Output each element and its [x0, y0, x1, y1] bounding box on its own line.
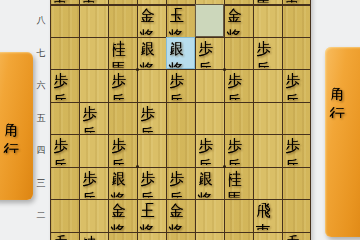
- rank-label: 六: [34, 69, 48, 102]
- square-6-3[interactable]: 銀将: [195, 167, 224, 200]
- square-8-8[interactable]: [253, 4, 282, 37]
- piece-pawn[interactable]: 歩兵: [81, 169, 106, 198]
- square-7-4[interactable]: 歩兵: [224, 134, 253, 167]
- square-6-6[interactable]: [195, 69, 224, 102]
- square-8-1[interactable]: [253, 232, 282, 240]
- board-squares: 香車飛車桂馬香車金将玉将金将桂馬銀将銀将歩兵歩兵歩兵歩兵歩兵歩兵歩兵歩兵歩兵歩兵…: [50, 0, 311, 240]
- piece-king[interactable]: 玉将: [168, 6, 193, 35]
- piece-lance[interactable]: 香車: [52, 0, 77, 3]
- square-9-6[interactable]: 歩兵: [282, 69, 311, 102]
- square-5-8[interactable]: 玉将: [166, 4, 195, 37]
- square-6-8[interactable]: [195, 4, 224, 37]
- piece-pawn[interactable]: 歩兵: [110, 71, 135, 100]
- piece-lance[interactable]: 香車: [284, 234, 309, 240]
- square-5-3[interactable]: 歩兵: [166, 167, 195, 200]
- square-9-7[interactable]: [282, 37, 311, 70]
- square-1-8[interactable]: [50, 4, 79, 37]
- piece-kanji: 角行: [3, 120, 28, 162]
- piece-silver-general[interactable]: 銀将: [110, 169, 135, 198]
- square-2-2[interactable]: [79, 199, 108, 232]
- square-3-1[interactable]: [108, 232, 137, 240]
- square-9-5[interactable]: [282, 102, 311, 135]
- square-4-6[interactable]: [137, 69, 166, 102]
- piece-kanji: 桂馬: [81, 234, 106, 240]
- square-2-3[interactable]: 歩兵: [79, 167, 108, 200]
- square-6-1[interactable]: [195, 232, 224, 240]
- square-9-8[interactable]: [282, 4, 311, 37]
- piece-knight[interactable]: 桂馬: [255, 0, 280, 3]
- piece-rook[interactable]: 飛車: [81, 0, 106, 3]
- piece-pawn[interactable]: 歩兵: [197, 136, 222, 165]
- piece-pawn[interactable]: 歩兵: [168, 71, 193, 100]
- square-7-7[interactable]: [224, 37, 253, 70]
- square-9-1[interactable]: 香車: [282, 232, 311, 240]
- shogi-app-screen: 角行 角行 香車飛車桂馬香車金将玉将金将桂馬銀将銀将歩兵歩兵歩兵歩兵歩兵歩兵歩兵…: [0, 0, 360, 240]
- square-1-1[interactable]: 香車: [50, 232, 79, 240]
- piece-knight[interactable]: 桂馬: [110, 39, 135, 68]
- piece-lance[interactable]: 香車: [284, 0, 309, 3]
- square-8-7[interactable]: 歩兵: [253, 37, 282, 70]
- rank-label: 七: [34, 37, 48, 70]
- piece-pawn[interactable]: 歩兵: [139, 169, 164, 198]
- piece-pawn[interactable]: 歩兵: [52, 71, 77, 100]
- rank-labels: 九八七六五四三二一: [34, 0, 48, 240]
- piece-silver-general[interactable]: 銀将: [168, 39, 193, 68]
- square-2-1[interactable]: 桂馬: [79, 232, 108, 240]
- piece-pawn[interactable]: 歩兵: [168, 169, 193, 198]
- square-9-2[interactable]: [282, 199, 311, 232]
- square-1-3[interactable]: [50, 167, 79, 200]
- square-4-5[interactable]: 歩兵: [137, 102, 166, 135]
- square-2-8[interactable]: [79, 4, 108, 37]
- rank-label: 四: [34, 134, 48, 167]
- square-5-5[interactable]: [166, 102, 195, 135]
- shogi-board: 香車飛車桂馬香車金将玉将金将桂馬銀将銀将歩兵歩兵歩兵歩兵歩兵歩兵歩兵歩兵歩兵歩兵…: [50, 0, 311, 240]
- square-2-4[interactable]: [79, 134, 108, 167]
- square-7-3[interactable]: 桂馬: [224, 167, 253, 200]
- square-7-5[interactable]: [224, 102, 253, 135]
- captured-bishop[interactable]: 角行: [3, 120, 28, 153]
- piece-knight[interactable]: 桂馬: [226, 169, 251, 198]
- right-piece-stand[interactable]: 角行: [325, 47, 360, 237]
- square-5-7[interactable]: 銀将: [166, 37, 195, 70]
- piece-rook[interactable]: 飛車: [255, 201, 280, 230]
- square-7-1[interactable]: [224, 232, 253, 240]
- piece-pawn[interactable]: 歩兵: [81, 104, 106, 133]
- square-7-2[interactable]: [224, 199, 253, 232]
- captured-bishop[interactable]: 角行: [329, 84, 354, 118]
- square-1-6[interactable]: 歩兵: [50, 69, 79, 102]
- rank-label: 八: [34, 4, 48, 37]
- rank-label: 五: [34, 102, 48, 135]
- piece-gold-general[interactable]: 金将: [139, 6, 164, 35]
- piece-pawn[interactable]: 歩兵: [139, 104, 164, 133]
- square-3-4[interactable]: 歩兵: [108, 134, 137, 167]
- piece-kanji: 香車: [52, 234, 77, 240]
- piece-pawn[interactable]: 歩兵: [197, 39, 222, 68]
- square-8-4[interactable]: [253, 134, 282, 167]
- piece-pawn[interactable]: 歩兵: [284, 71, 309, 100]
- square-8-5[interactable]: [253, 102, 282, 135]
- square-1-2[interactable]: [50, 199, 79, 232]
- square-7-6[interactable]: 歩兵: [224, 69, 253, 102]
- rank-label: 三: [34, 167, 48, 200]
- piece-kanji: 香車: [284, 234, 309, 240]
- square-3-2[interactable]: 金将: [108, 199, 137, 232]
- square-2-7[interactable]: [79, 37, 108, 70]
- square-5-6[interactable]: 歩兵: [166, 69, 195, 102]
- square-7-8[interactable]: 金将: [224, 4, 253, 37]
- piece-knight[interactable]: 桂馬: [81, 234, 106, 240]
- square-9-4[interactable]: 歩兵: [282, 134, 311, 167]
- piece-pawn[interactable]: 歩兵: [52, 136, 77, 165]
- square-6-5[interactable]: [195, 102, 224, 135]
- square-4-3[interactable]: 歩兵: [137, 167, 166, 200]
- square-2-6[interactable]: [79, 69, 108, 102]
- square-9-3[interactable]: [282, 167, 311, 200]
- square-6-7[interactable]: 歩兵: [195, 37, 224, 70]
- piece-pawn[interactable]: 歩兵: [226, 71, 251, 100]
- square-2-5[interactable]: 歩兵: [79, 102, 108, 135]
- square-5-2[interactable]: 金将: [166, 199, 195, 232]
- piece-king[interactable]: 王将: [139, 201, 164, 230]
- square-4-1[interactable]: [137, 232, 166, 240]
- square-4-4[interactable]: [137, 134, 166, 167]
- square-3-8[interactable]: [108, 4, 137, 37]
- square-5-4[interactable]: [166, 134, 195, 167]
- square-4-7[interactable]: 銀将: [137, 37, 166, 70]
- square-4-2[interactable]: 王将: [137, 199, 166, 232]
- square-4-8[interactable]: 金将: [137, 4, 166, 37]
- square-3-5[interactable]: [108, 102, 137, 135]
- piece-silver-general[interactable]: 銀将: [197, 169, 222, 198]
- left-piece-stand[interactable]: 角行: [0, 52, 33, 200]
- piece-pawn[interactable]: 歩兵: [226, 136, 251, 165]
- piece-silver-general[interactable]: 銀将: [139, 39, 164, 68]
- square-5-1[interactable]: [166, 232, 195, 240]
- piece-lance[interactable]: 香車: [52, 234, 77, 240]
- piece-gold-general[interactable]: 金将: [110, 201, 135, 230]
- piece-pawn[interactable]: 歩兵: [110, 136, 135, 165]
- square-1-5[interactable]: [50, 102, 79, 135]
- piece-pawn[interactable]: 歩兵: [284, 136, 309, 165]
- square-6-2[interactable]: [195, 199, 224, 232]
- rank-label: 二: [34, 199, 48, 232]
- rank-label: 一: [34, 232, 48, 240]
- square-8-2[interactable]: 飛車: [253, 199, 282, 232]
- square-8-6[interactable]: [253, 69, 282, 102]
- piece-kanji: 角行: [329, 84, 354, 126]
- square-1-4[interactable]: 歩兵: [50, 134, 79, 167]
- square-6-4[interactable]: 歩兵: [195, 134, 224, 167]
- square-3-3[interactable]: 銀将: [108, 167, 137, 200]
- square-1-7[interactable]: [50, 37, 79, 70]
- square-8-3[interactable]: [253, 167, 282, 200]
- piece-gold-general[interactable]: 金将: [168, 201, 193, 230]
- square-3-6[interactable]: 歩兵: [108, 69, 137, 102]
- piece-gold-general[interactable]: 金将: [226, 6, 251, 35]
- square-3-7[interactable]: 桂馬: [108, 37, 137, 70]
- piece-pawn[interactable]: 歩兵: [255, 39, 280, 68]
